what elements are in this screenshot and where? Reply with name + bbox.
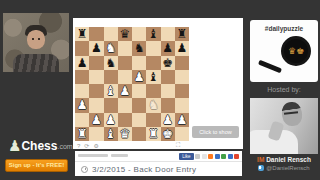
ghost-white-knight-f3: ♞ bbox=[148, 99, 159, 111]
square-e2[interactable] bbox=[132, 113, 146, 127]
title-row: 3/2/2015 - Back Door Entry bbox=[75, 161, 242, 176]
square-a1[interactable]: ♜ bbox=[75, 127, 89, 141]
facebook-like-button[interactable]: Like bbox=[179, 153, 193, 160]
square-f2[interactable] bbox=[146, 113, 160, 127]
twitter-bird-icon bbox=[258, 165, 264, 171]
black-bishop-f8[interactable]: ♝ bbox=[148, 28, 159, 40]
white-rook-a1[interactable]: ♜ bbox=[77, 128, 88, 140]
square-g2[interactable]: ♟ bbox=[161, 113, 175, 127]
signup-button[interactable]: Sign up - It's FREE! bbox=[5, 159, 68, 172]
square-h2[interactable]: ♟ bbox=[175, 113, 189, 127]
share-button-0[interactable] bbox=[195, 154, 200, 159]
square-a3[interactable]: ♟ bbox=[75, 98, 89, 112]
square-f5[interactable]: ♝ bbox=[146, 70, 160, 84]
square-e1[interactable] bbox=[132, 127, 146, 141]
white-pawn-h2[interactable]: ♟ bbox=[176, 114, 187, 126]
share-button-5[interactable] bbox=[228, 154, 233, 159]
white-bishop-c4[interactable]: ♝ bbox=[105, 85, 116, 97]
square-c3[interactable] bbox=[104, 98, 118, 112]
clock-icon bbox=[81, 166, 88, 173]
square-e6[interactable] bbox=[132, 56, 146, 70]
square-g5[interactable] bbox=[161, 70, 175, 84]
dailypuzzle-hashtag: #dailypuzzle bbox=[250, 25, 318, 32]
host-twitter-line: @DanielRensch bbox=[248, 165, 320, 171]
square-e4[interactable] bbox=[132, 84, 146, 98]
square-h1[interactable] bbox=[175, 127, 189, 141]
square-c2[interactable]: ♟ bbox=[104, 113, 118, 127]
chess-board[interactable]: ♜♛♝♜♟♞♞♟♟♟♞♚♟♝♝♟♟♞♟♟♟♟♜♝♛♜♚ bbox=[75, 27, 189, 141]
pawn-mascot-icon: ♟ bbox=[8, 139, 21, 154]
black-king-g6[interactable]: ♚ bbox=[162, 57, 173, 69]
breadcrumb-placeholder bbox=[78, 154, 108, 157]
square-b4[interactable] bbox=[89, 84, 103, 98]
square-d3[interactable] bbox=[118, 98, 132, 112]
black-queen-d8[interactable]: ♛ bbox=[119, 28, 130, 40]
black-pawn-b7[interactable]: ♟ bbox=[91, 42, 102, 54]
square-b7[interactable]: ♟ bbox=[89, 41, 103, 55]
square-d4[interactable]: ♟ bbox=[118, 84, 132, 98]
webcam-person-face bbox=[27, 30, 45, 49]
fullscreen-icon[interactable]: ⛶ bbox=[176, 142, 180, 148]
white-pawn-c2[interactable]: ♟ bbox=[105, 114, 116, 126]
square-h5[interactable] bbox=[175, 70, 189, 84]
breadcrumb-placeholder bbox=[111, 154, 128, 157]
magnifier-icon: ♛♚ bbox=[281, 36, 311, 66]
black-rook-h8[interactable]: ♜ bbox=[176, 28, 187, 40]
square-c5[interactable] bbox=[104, 70, 118, 84]
white-pawn-g2[interactable]: ♟ bbox=[162, 114, 173, 126]
restart-icon[interactable]: ⟳ bbox=[84, 143, 89, 149]
logo-tld: .com bbox=[57, 139, 72, 154]
square-a6[interactable]: ♟ bbox=[75, 56, 89, 70]
square-d6[interactable] bbox=[118, 56, 132, 70]
white-queen-d1[interactable]: ♛ bbox=[119, 128, 130, 140]
square-g8[interactable] bbox=[161, 27, 175, 41]
black-knight-c6[interactable]: ♞ bbox=[105, 57, 116, 69]
white-king-g1[interactable]: ♚ bbox=[162, 128, 173, 140]
square-h8[interactable]: ♜ bbox=[175, 27, 189, 41]
square-g1[interactable]: ♚ bbox=[161, 127, 175, 141]
square-c8[interactable] bbox=[104, 27, 118, 41]
black-pawn-h7[interactable]: ♟ bbox=[176, 42, 187, 54]
square-a4[interactable] bbox=[75, 84, 89, 98]
white-pawn-d4[interactable]: ♟ bbox=[119, 85, 130, 97]
square-a7[interactable] bbox=[75, 41, 89, 55]
square-b1[interactable] bbox=[89, 127, 103, 141]
host-title-badge: IM bbox=[257, 156, 264, 163]
share-button-6[interactable] bbox=[234, 154, 239, 159]
square-f6[interactable] bbox=[146, 56, 160, 70]
square-f1[interactable]: ♜ bbox=[146, 127, 160, 141]
click-to-show-button[interactable]: Click to show bbox=[192, 126, 239, 138]
square-h6[interactable] bbox=[175, 56, 189, 70]
square-d7[interactable] bbox=[118, 41, 132, 55]
board-controls-right: ⛶ bbox=[176, 142, 180, 148]
square-f8[interactable]: ♝ bbox=[146, 27, 160, 41]
square-f4[interactable] bbox=[146, 84, 160, 98]
share-button-4[interactable] bbox=[221, 154, 226, 159]
black-pawn-a6[interactable]: ♟ bbox=[77, 57, 88, 69]
square-g6[interactable]: ♚ bbox=[161, 56, 175, 70]
black-knight-e7[interactable]: ♞ bbox=[134, 42, 145, 54]
square-c6[interactable]: ♞ bbox=[104, 56, 118, 70]
white-knight-c7[interactable]: ♞ bbox=[105, 42, 116, 54]
square-a8[interactable]: ♜ bbox=[75, 27, 89, 41]
square-d5[interactable] bbox=[118, 70, 132, 84]
white-pawn-e5[interactable]: ♟ bbox=[134, 71, 145, 83]
square-b6[interactable] bbox=[89, 56, 103, 70]
square-b2[interactable]: ♟ bbox=[89, 113, 103, 127]
square-b5[interactable] bbox=[89, 70, 103, 84]
help-icon[interactable]: ? bbox=[77, 143, 80, 149]
chesscom-logo[interactable]: ♟ Chess .com bbox=[8, 139, 73, 154]
square-h4[interactable] bbox=[175, 84, 189, 98]
square-d2[interactable] bbox=[118, 113, 132, 127]
square-c4[interactable]: ♝ bbox=[104, 84, 118, 98]
webcam-person-body bbox=[13, 54, 59, 72]
host-name-line: IM Daniel Rensch bbox=[248, 156, 320, 163]
settings-icon[interactable]: ⚙ bbox=[93, 143, 98, 149]
host-photo bbox=[250, 98, 318, 154]
dailypuzzle-card: #dailypuzzle ♛♚ bbox=[250, 20, 318, 82]
square-f7[interactable] bbox=[146, 41, 160, 55]
square-g7[interactable]: ♟ bbox=[161, 41, 175, 55]
square-e3[interactable] bbox=[132, 98, 146, 112]
square-b8[interactable] bbox=[89, 27, 103, 41]
white-bishop-c1[interactable]: ♝ bbox=[105, 128, 116, 140]
square-f3[interactable]: ♞ bbox=[146, 98, 160, 112]
white-pawn-b2[interactable]: ♟ bbox=[91, 114, 102, 126]
board-controls-left: ?⟳⚙ bbox=[77, 143, 99, 149]
square-h3[interactable] bbox=[175, 98, 189, 112]
square-b3[interactable] bbox=[89, 98, 103, 112]
square-e5[interactable]: ♟ bbox=[132, 70, 146, 84]
square-d1[interactable]: ♛ bbox=[118, 127, 132, 141]
square-e8[interactable] bbox=[132, 27, 146, 41]
puzzle-title: 3/2/2015 - Back Door Entry bbox=[92, 165, 196, 174]
square-d8[interactable]: ♛ bbox=[118, 27, 132, 41]
share-button-3[interactable] bbox=[215, 154, 220, 159]
commentator-webcam bbox=[3, 13, 69, 72]
puzzle-title-bar: Like 3/2/2015 - Back Door Entry bbox=[75, 151, 242, 176]
magnifier-handle-icon bbox=[258, 60, 282, 74]
white-rook-f1[interactable]: ♜ bbox=[148, 128, 159, 140]
black-bishop-f5[interactable]: ♝ bbox=[148, 71, 159, 83]
host-twitter-handle[interactable]: @DanielRensch bbox=[266, 165, 309, 171]
host-name: Daniel Rensch bbox=[266, 156, 311, 163]
hosted-by-label: Hosted by: bbox=[250, 86, 318, 93]
square-g3[interactable] bbox=[161, 98, 175, 112]
share-buttons: Like bbox=[179, 153, 239, 160]
square-h7[interactable]: ♟ bbox=[175, 41, 189, 55]
black-rook-a8[interactable]: ♜ bbox=[77, 28, 88, 40]
square-a2[interactable] bbox=[75, 113, 89, 127]
square-e7[interactable]: ♞ bbox=[132, 41, 146, 55]
black-pawn-g7[interactable]: ♟ bbox=[162, 42, 173, 54]
logo-text: Chess bbox=[21, 139, 57, 154]
square-g4[interactable] bbox=[161, 84, 175, 98]
lens-chess-pieces: ♛♚ bbox=[288, 47, 304, 56]
square-c7[interactable]: ♞ bbox=[104, 41, 118, 55]
square-a5[interactable] bbox=[75, 70, 89, 84]
square-c1[interactable]: ♝ bbox=[104, 127, 118, 141]
puzzle-panel: ♜♛♝♜♟♞♞♟♟♟♞♚♟♝♝♟♟♞♟♟♟♟♜♝♛♜♚ ?⟳⚙ ⛶ Click … bbox=[73, 18, 243, 149]
share-button-1[interactable] bbox=[202, 154, 207, 159]
white-pawn-a3[interactable]: ♟ bbox=[77, 99, 88, 111]
share-button-2[interactable] bbox=[208, 154, 213, 159]
